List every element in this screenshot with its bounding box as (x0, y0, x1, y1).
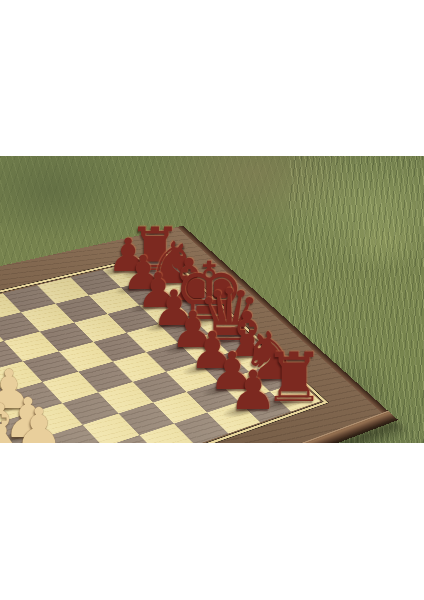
white-margin-bottom (0, 443, 424, 600)
piece-white-bishop-c1: ♝ (0, 396, 26, 443)
pieces-layer: ♜♞♝♚♛♝♞♜♟♟♟♟♟♟♟♟♟♟♟♝ (0, 156, 424, 443)
chessboard-photo: ♜♞♝♚♛♝♞♜♟♟♟♟♟♟♟♟♟♟♟♝ (0, 156, 424, 443)
piece-black-pawn-a7: ♟ (229, 364, 277, 418)
screenshot-root: { "game": "chess", "scene_type": "outdoo… (0, 0, 424, 600)
white-margin-top (0, 0, 424, 156)
